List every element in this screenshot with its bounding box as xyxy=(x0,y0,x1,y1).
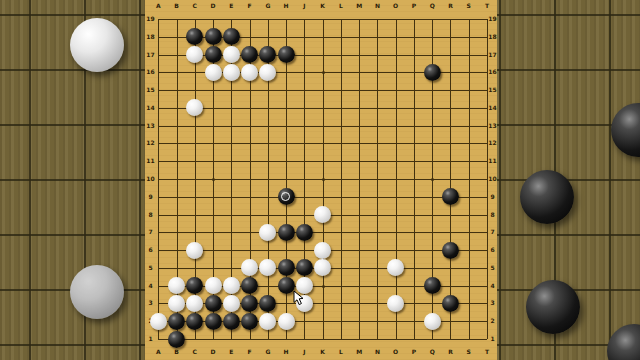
stone-black-D3 xyxy=(205,295,222,312)
grid-line-vertical xyxy=(469,19,470,339)
stone-black-H17 xyxy=(278,46,295,63)
stone-white-E4 xyxy=(223,277,240,294)
stone-white-C14 xyxy=(186,99,203,116)
stone-white-D16 xyxy=(205,64,222,81)
stone-black-B1 xyxy=(168,331,185,348)
stone-black-C4 xyxy=(186,277,203,294)
stone-white-K6 xyxy=(314,242,331,259)
column-label-bottom-O: O xyxy=(393,349,398,355)
stone-black-B2 xyxy=(168,313,185,330)
stone-white-C6 xyxy=(186,242,203,259)
stone-black-J7 xyxy=(296,224,313,241)
row-label-left-6: 6 xyxy=(148,247,152,253)
column-label-top-F: F xyxy=(248,3,252,9)
column-label-bottom-K: K xyxy=(320,349,325,355)
star-point-K16 xyxy=(322,71,325,74)
grid-line-vertical xyxy=(450,19,451,339)
column-label-top-G: G xyxy=(265,3,270,9)
stone-black-G17 xyxy=(259,46,276,63)
stone-white-H2 xyxy=(278,313,295,330)
row-label-left-8: 8 xyxy=(148,212,152,218)
stone-black-R9 xyxy=(442,188,459,205)
column-label-top-K: K xyxy=(320,3,325,9)
grid-line-horizontal xyxy=(158,232,487,233)
column-label-bottom-E: E xyxy=(229,349,233,355)
column-label-top-A: A xyxy=(156,3,161,9)
stone-black-C18 xyxy=(186,28,203,45)
background-stone-black xyxy=(520,170,574,224)
grid-line-horizontal xyxy=(158,197,487,198)
column-label-bottom-G: G xyxy=(265,349,270,355)
stone-white-C3 xyxy=(186,295,203,312)
row-label-right-19: 19 xyxy=(488,16,496,22)
stone-white-C17 xyxy=(186,46,203,63)
row-label-right-11: 11 xyxy=(488,158,496,164)
column-label-top-L: L xyxy=(339,3,343,9)
row-label-right-16: 16 xyxy=(488,69,496,75)
column-label-top-H: H xyxy=(284,3,289,9)
grid-line-vertical xyxy=(414,19,415,339)
stone-black-E2 xyxy=(223,313,240,330)
stone-black-E18 xyxy=(223,28,240,45)
stone-black-D2 xyxy=(205,313,222,330)
column-label-top-T: T xyxy=(485,3,489,9)
stone-white-G16 xyxy=(259,64,276,81)
column-label-bottom-A: A xyxy=(156,349,161,355)
row-label-right-7: 7 xyxy=(490,229,494,235)
stone-black-D17 xyxy=(205,46,222,63)
star-point-Q10 xyxy=(431,178,434,181)
row-label-left-5: 5 xyxy=(148,265,152,271)
row-label-right-5: 5 xyxy=(490,265,494,271)
stone-white-O5 xyxy=(387,259,404,276)
stone-black-F4 xyxy=(241,277,258,294)
grid-line-vertical xyxy=(341,19,342,339)
row-label-right-9: 9 xyxy=(490,194,494,200)
column-label-top-N: N xyxy=(375,3,380,9)
row-label-left-13: 13 xyxy=(146,123,154,129)
row-label-left-4: 4 xyxy=(148,283,152,289)
stone-white-Q2 xyxy=(424,313,441,330)
column-label-top-R: R xyxy=(448,3,453,9)
column-label-top-O: O xyxy=(393,3,398,9)
mouse-cursor-icon xyxy=(293,291,305,306)
row-label-right-12: 12 xyxy=(488,140,496,146)
row-label-right-8: 8 xyxy=(490,212,494,218)
stone-black-R3 xyxy=(442,295,459,312)
column-label-bottom-J: J xyxy=(303,349,305,355)
stone-white-K8 xyxy=(314,206,331,223)
row-label-right-10: 10 xyxy=(488,176,496,182)
stone-black-G3 xyxy=(259,295,276,312)
stone-black-D18 xyxy=(205,28,222,45)
row-label-left-11: 11 xyxy=(146,158,154,164)
column-label-bottom-N: N xyxy=(375,349,380,355)
column-label-bottom-C: C xyxy=(193,349,197,355)
row-label-left-10: 10 xyxy=(146,176,154,182)
row-label-right-18: 18 xyxy=(488,34,496,40)
column-label-top-D: D xyxy=(211,3,216,9)
stone-white-G2 xyxy=(259,313,276,330)
grid-line-vertical xyxy=(396,19,397,339)
stone-black-R6 xyxy=(442,242,459,259)
row-label-right-1: 1 xyxy=(490,336,494,342)
row-label-right-14: 14 xyxy=(488,105,496,111)
grid-line-vertical xyxy=(359,19,360,339)
grid-line-vertical xyxy=(377,19,378,339)
column-label-top-C: C xyxy=(193,3,197,9)
star-point-D10 xyxy=(212,178,215,181)
row-label-left-3: 3 xyxy=(148,300,152,306)
row-label-right-6: 6 xyxy=(490,247,494,253)
column-label-bottom-B: B xyxy=(174,349,179,355)
stone-black-F3 xyxy=(241,295,258,312)
grid-line-horizontal xyxy=(158,339,487,340)
stone-black-Q16 xyxy=(424,64,441,81)
row-label-left-7: 7 xyxy=(148,229,152,235)
background-grid-line xyxy=(29,0,31,360)
stone-white-A2 xyxy=(150,313,167,330)
row-label-right-17: 17 xyxy=(488,52,496,58)
stone-white-E16 xyxy=(223,64,240,81)
row-label-left-14: 14 xyxy=(146,105,154,111)
stone-black-F2 xyxy=(241,313,258,330)
column-label-top-P: P xyxy=(412,3,416,9)
row-label-left-1: 1 xyxy=(148,336,152,342)
row-label-left-9: 9 xyxy=(148,194,152,200)
column-label-top-E: E xyxy=(229,3,233,9)
row-label-right-15: 15 xyxy=(488,87,496,93)
stone-white-O3 xyxy=(387,295,404,312)
column-label-bottom-F: F xyxy=(248,349,252,355)
stone-white-F5 xyxy=(241,259,258,276)
row-label-left-19: 19 xyxy=(146,16,154,22)
stone-white-F16 xyxy=(241,64,258,81)
go-board[interactable]: AA1919BB1818CC1717DD1616EE1515FF1414GG13… xyxy=(145,0,497,360)
stone-white-K5 xyxy=(314,259,331,276)
row-label-left-18: 18 xyxy=(146,34,154,40)
row-label-left-15: 15 xyxy=(146,87,154,93)
row-label-left-16: 16 xyxy=(146,69,154,75)
row-label-left-12: 12 xyxy=(146,140,154,146)
column-label-bottom-M: M xyxy=(356,349,362,355)
stone-white-E17 xyxy=(223,46,240,63)
column-label-bottom-D: D xyxy=(211,349,216,355)
column-label-top-M: M xyxy=(356,3,362,9)
stone-white-G5 xyxy=(259,259,276,276)
stone-white-B3 xyxy=(168,295,185,312)
column-label-bottom-R: R xyxy=(448,349,453,355)
background-grid-line xyxy=(609,0,611,360)
stone-white-G7 xyxy=(259,224,276,241)
stone-black-J5 xyxy=(296,259,313,276)
background-stone-white xyxy=(70,265,124,319)
background-stone-white xyxy=(70,18,124,72)
column-label-top-Q: Q xyxy=(430,3,435,9)
row-label-right-2: 2 xyxy=(490,318,494,324)
stone-black-Q4 xyxy=(424,277,441,294)
column-label-bottom-P: P xyxy=(412,349,416,355)
stone-white-E3 xyxy=(223,295,240,312)
row-label-right-13: 13 xyxy=(488,123,496,129)
stone-black-F17 xyxy=(241,46,258,63)
column-label-top-S: S xyxy=(467,3,471,9)
star-point-K10 xyxy=(322,178,325,181)
background-grid-line xyxy=(139,0,141,360)
background-stone-black xyxy=(526,280,580,334)
row-label-right-4: 4 xyxy=(490,283,494,289)
stone-black-H5 xyxy=(278,259,295,276)
column-label-top-J: J xyxy=(303,3,305,9)
go-app-screen: AA1919BB1818CC1717DD1616EE1515FF1414GG13… xyxy=(0,0,640,360)
star-point-K4 xyxy=(322,285,325,288)
stone-black-C2 xyxy=(186,313,203,330)
column-label-bottom-T: T xyxy=(485,349,489,355)
stone-white-D4 xyxy=(205,277,222,294)
column-label-bottom-Q: Q xyxy=(430,349,435,355)
column-label-bottom-L: L xyxy=(339,349,343,355)
column-label-bottom-S: S xyxy=(467,349,471,355)
column-label-bottom-H: H xyxy=(284,349,289,355)
stone-white-B4 xyxy=(168,277,185,294)
row-label-left-17: 17 xyxy=(146,52,154,58)
stone-black-H7 xyxy=(278,224,295,241)
column-label-top-B: B xyxy=(174,3,179,9)
row-label-right-3: 3 xyxy=(490,300,494,306)
background-grid-line xyxy=(499,0,501,360)
